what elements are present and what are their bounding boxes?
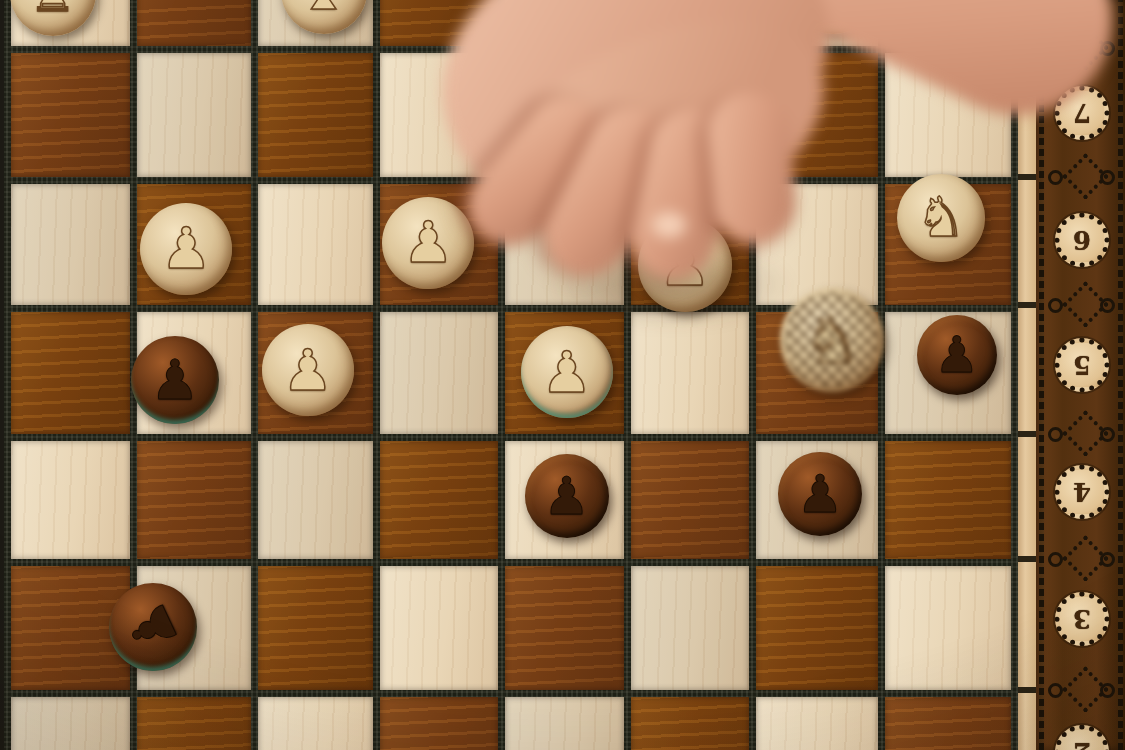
frame-tick [1018, 174, 1036, 180]
square-d3[interactable] [380, 566, 498, 690]
loop-ornament [1100, 41, 1115, 56]
dark-pawn-g4[interactable]: ♟ [778, 452, 862, 536]
frame-tick [1018, 556, 1036, 562]
square-a5[interactable] [11, 312, 130, 434]
loop-ornament [1048, 552, 1063, 567]
piece-glyph: ♞ [803, 308, 860, 372]
frame-tick [1018, 45, 1036, 51]
decorative-frame: 765432 [1036, 0, 1125, 750]
piece-glyph: ♞ [809, 0, 857, 17]
piece-glyph: ♝ [300, 0, 348, 17]
rank-label-text: 2 [1073, 737, 1091, 750]
square-d8[interactable] [380, 0, 498, 46]
white-pawn-f6[interactable]: ♟ [638, 218, 732, 312]
rank-label-text: 3 [1073, 604, 1091, 634]
white-knight-g5[interactable]: ♞ [780, 288, 884, 392]
loop-ornament [1100, 552, 1115, 567]
piece-glyph: ♜ [923, 0, 973, 23]
white-pawn-e5[interactable]: ♟ [521, 326, 613, 418]
square-g7[interactable] [756, 53, 878, 177]
piece-glyph: ♟ [541, 344, 592, 401]
piece-glyph: ♜ [29, 0, 77, 19]
chessboard-photo: 765432 ♜♝♝♞♜♟♟♟♞♟♟♟♞♟♟♟♟ [0, 0, 1125, 750]
loop-ornament [1048, 298, 1063, 313]
rank-label-text: 7 [1073, 98, 1091, 128]
square-g2[interactable] [756, 697, 878, 750]
dark-pawn-h5[interactable]: ♟ [917, 315, 997, 395]
loop-ornament [1100, 298, 1115, 313]
square-c3[interactable] [258, 566, 373, 690]
square-h7[interactable] [885, 53, 1011, 177]
rope-ornament-line [1039, 0, 1044, 750]
square-f2[interactable] [631, 697, 749, 750]
square-e7[interactable] [505, 53, 624, 177]
frame-tick [1018, 302, 1036, 308]
white-knight-h6[interactable]: ♞ [897, 174, 985, 262]
square-e3[interactable] [505, 566, 624, 690]
loop-ornament [1100, 683, 1115, 698]
square-d7[interactable] [380, 53, 498, 177]
piece-glyph: ♟ [150, 353, 199, 408]
piece-glyph: ♝ [658, 0, 697, 15]
loop-ornament [1100, 427, 1115, 442]
square-a2[interactable] [11, 697, 130, 750]
square-c7[interactable] [258, 53, 373, 177]
white-pawn-d6[interactable]: ♟ [382, 197, 474, 289]
loop-ornament [1048, 170, 1063, 185]
white-pawn-b6[interactable]: ♟ [140, 203, 232, 295]
board-edge-strip [1018, 0, 1036, 750]
rope-ornament-line [1118, 0, 1123, 750]
square-g3[interactable] [756, 566, 878, 690]
piece-glyph: ♞ [916, 190, 965, 245]
square-h3[interactable] [885, 566, 1011, 690]
square-b2[interactable] [137, 697, 251, 750]
square-b7[interactable] [137, 53, 251, 177]
square-e8[interactable] [505, 0, 624, 46]
square-d5[interactable] [380, 312, 498, 434]
square-d2[interactable] [380, 697, 498, 750]
dark-pawn-b3[interactable]: ♟ [109, 583, 197, 671]
square-a4[interactable] [11, 441, 130, 559]
frame-tick [1018, 687, 1036, 693]
square-b8[interactable] [137, 0, 251, 46]
square-c4[interactable] [258, 441, 373, 559]
square-h4[interactable] [885, 441, 1011, 559]
square-d4[interactable] [380, 441, 498, 559]
piece-glyph: ♟ [282, 342, 333, 399]
square-b4[interactable] [137, 441, 251, 559]
rank-label-text: 5 [1073, 350, 1091, 380]
rank-label-text: 6 [1073, 225, 1091, 255]
square-f3[interactable] [631, 566, 749, 690]
rank-label-text: 4 [1073, 477, 1091, 507]
rank-label-5: 5 [1055, 338, 1109, 392]
rank-label-2: 2 [1055, 725, 1109, 750]
square-c2[interactable] [258, 697, 373, 750]
piece-glyph: ♟ [659, 236, 711, 294]
rank-label-4: 4 [1055, 465, 1109, 519]
square-h2[interactable] [885, 697, 1011, 750]
square-g6[interactable] [756, 184, 878, 305]
piece-glyph: ♟ [935, 330, 980, 380]
square-c6[interactable] [258, 184, 373, 305]
square-f4[interactable] [631, 441, 749, 559]
dark-pawn-b5[interactable]: ♟ [131, 336, 219, 424]
loop-ornament [1048, 683, 1063, 698]
square-a7[interactable] [11, 53, 130, 177]
piece-glyph: ♟ [797, 468, 844, 520]
loop-ornament [1100, 170, 1115, 185]
rank-label-7: 7 [1055, 86, 1109, 140]
square-a6[interactable] [11, 184, 130, 305]
rank-label-6: 6 [1055, 213, 1109, 267]
piece-glyph: ♟ [543, 470, 590, 522]
loop-ornament [1048, 41, 1063, 56]
white-pawn-c5[interactable]: ♟ [262, 324, 354, 416]
dark-pawn-e4[interactable]: ♟ [525, 454, 609, 538]
piece-glyph: ♟ [402, 214, 453, 271]
square-f5[interactable] [631, 312, 749, 434]
piece-glyph: ♟ [160, 220, 211, 277]
square-e6[interactable] [505, 184, 624, 305]
piece-glyph: ♟ [118, 593, 189, 661]
loop-ornament [1048, 427, 1063, 442]
square-f7[interactable] [631, 53, 749, 177]
frame-tick [1018, 431, 1036, 437]
square-e2[interactable] [505, 697, 624, 750]
rank-label-3: 3 [1055, 592, 1109, 646]
